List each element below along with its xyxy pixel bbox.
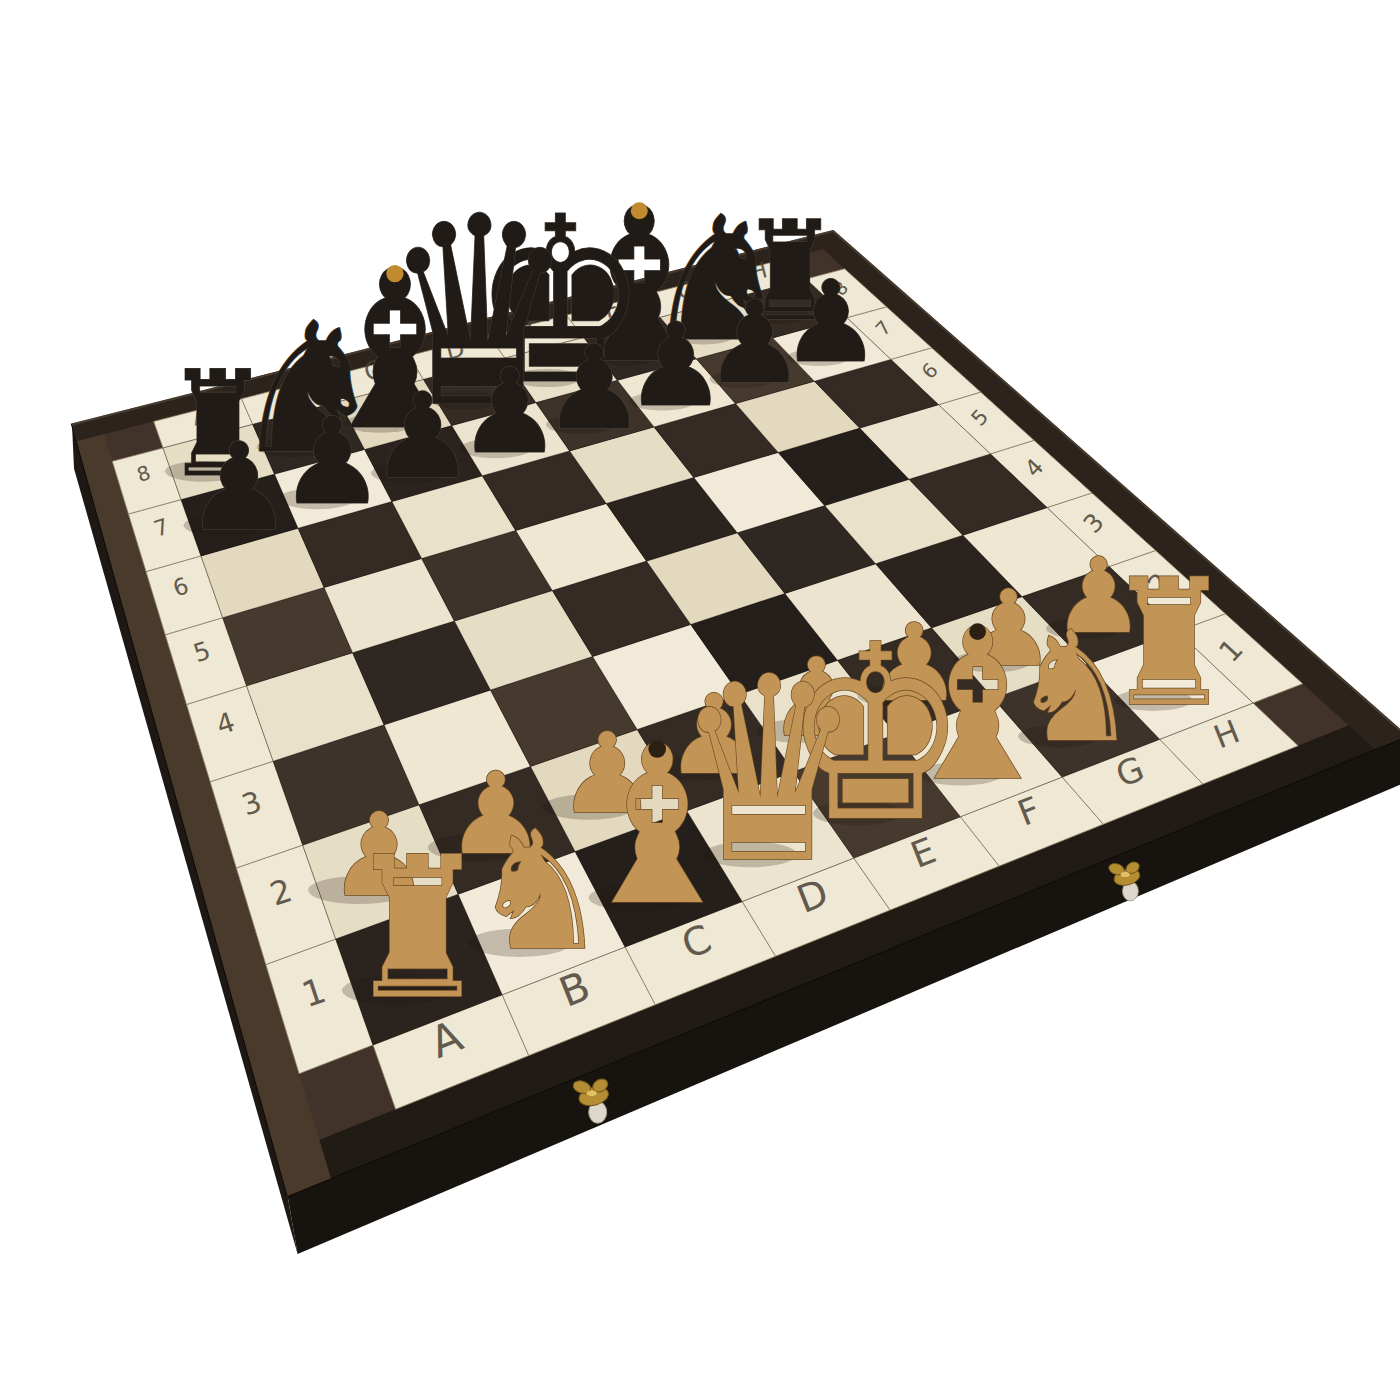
brass-clasp-near-corner-highlight — [587, 1090, 597, 1096]
piece-white-knight-b1: ♞ — [470, 796, 610, 987]
piece-black-pawn-b7: ♟ — [279, 392, 387, 531]
chess-board-scene: AA11BB22CC33DD44EE55FF66GG77HH88♜♞♝♟♚♟♛♟… — [0, 0, 1400, 1400]
piece-white-rook-a1: ♜ — [347, 814, 487, 1041]
bishop-tip-f1 — [969, 623, 986, 640]
chess-photo-stage: AA11BB22CC33DD44EE55FF66GG77HH88♜♞♝♟♚♟♛♟… — [0, 0, 1400, 1400]
bishop-tip-c8 — [386, 265, 403, 282]
piece-black-pawn-a7: ♟ — [185, 417, 293, 558]
bishop-tip-c1 — [648, 740, 666, 758]
brass-clasp-mid-edge-highlight — [1121, 872, 1130, 877]
